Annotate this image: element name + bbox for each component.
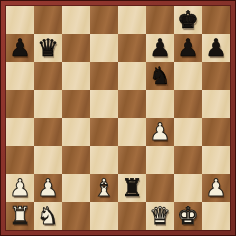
square-h1[interactable]: [202, 202, 230, 230]
piece-white-rook-a1[interactable]: ♜: [6, 202, 34, 230]
chess-board-frame: ♚♟♛♟♟♟♞♟♟♟♝♜♟♜♞♛♚: [0, 0, 236, 236]
square-b3[interactable]: [34, 146, 62, 174]
square-a5[interactable]: [6, 90, 34, 118]
square-c1[interactable]: [62, 202, 90, 230]
square-h7[interactable]: ♟: [202, 34, 230, 62]
square-b6[interactable]: [34, 62, 62, 90]
square-b7[interactable]: ♛: [34, 34, 62, 62]
square-c5[interactable]: [62, 90, 90, 118]
square-d7[interactable]: [90, 34, 118, 62]
piece-white-pawn-f4[interactable]: ♟: [146, 118, 174, 146]
square-a7[interactable]: ♟: [6, 34, 34, 62]
square-a3[interactable]: [6, 146, 34, 174]
square-e7[interactable]: [118, 34, 146, 62]
square-d8[interactable]: [90, 6, 118, 34]
square-d3[interactable]: [90, 146, 118, 174]
square-f7[interactable]: ♟: [146, 34, 174, 62]
piece-black-pawn-h7[interactable]: ♟: [202, 34, 230, 62]
square-g3[interactable]: [174, 146, 202, 174]
square-a1[interactable]: ♜: [6, 202, 34, 230]
square-e2[interactable]: ♜: [118, 174, 146, 202]
square-b8[interactable]: [34, 6, 62, 34]
piece-white-bishop-d2[interactable]: ♝: [90, 174, 118, 202]
square-a2[interactable]: ♟: [6, 174, 34, 202]
square-g7[interactable]: ♟: [174, 34, 202, 62]
square-g6[interactable]: [174, 62, 202, 90]
piece-black-pawn-a7[interactable]: ♟: [6, 34, 34, 62]
square-e5[interactable]: [118, 90, 146, 118]
square-d5[interactable]: [90, 90, 118, 118]
piece-black-king-g8[interactable]: ♚: [174, 6, 202, 34]
square-c4[interactable]: [62, 118, 90, 146]
square-f2[interactable]: [146, 174, 174, 202]
square-g5[interactable]: [174, 90, 202, 118]
square-b5[interactable]: [34, 90, 62, 118]
square-d1[interactable]: [90, 202, 118, 230]
piece-white-pawn-b2[interactable]: ♟: [34, 174, 62, 202]
piece-white-knight-b1[interactable]: ♞: [34, 202, 62, 230]
square-h8[interactable]: [202, 6, 230, 34]
square-h5[interactable]: [202, 90, 230, 118]
square-f1[interactable]: ♛: [146, 202, 174, 230]
piece-white-king-g1[interactable]: ♚: [174, 202, 202, 230]
square-b4[interactable]: [34, 118, 62, 146]
square-f3[interactable]: [146, 146, 174, 174]
square-e4[interactable]: [118, 118, 146, 146]
square-d2[interactable]: ♝: [90, 174, 118, 202]
square-h3[interactable]: [202, 146, 230, 174]
square-b1[interactable]: ♞: [34, 202, 62, 230]
square-e6[interactable]: [118, 62, 146, 90]
square-h4[interactable]: [202, 118, 230, 146]
piece-black-rook-e2[interactable]: ♜: [118, 174, 146, 202]
square-c7[interactable]: [62, 34, 90, 62]
square-a8[interactable]: [6, 6, 34, 34]
square-f5[interactable]: [146, 90, 174, 118]
piece-black-knight-f6[interactable]: ♞: [146, 62, 174, 90]
square-f4[interactable]: ♟: [146, 118, 174, 146]
square-c8[interactable]: [62, 6, 90, 34]
square-a4[interactable]: [6, 118, 34, 146]
chess-board: ♚♟♛♟♟♟♞♟♟♟♝♜♟♜♞♛♚: [6, 6, 230, 230]
piece-white-pawn-a2[interactable]: ♟: [6, 174, 34, 202]
square-e1[interactable]: [118, 202, 146, 230]
piece-black-pawn-g7[interactable]: ♟: [174, 34, 202, 62]
square-g2[interactable]: [174, 174, 202, 202]
square-e8[interactable]: [118, 6, 146, 34]
square-g8[interactable]: ♚: [174, 6, 202, 34]
square-a6[interactable]: [6, 62, 34, 90]
piece-white-pawn-h2[interactable]: ♟: [202, 174, 230, 202]
square-d6[interactable]: [90, 62, 118, 90]
piece-white-queen-f1[interactable]: ♛: [146, 202, 174, 230]
square-d4[interactable]: [90, 118, 118, 146]
square-b2[interactable]: ♟: [34, 174, 62, 202]
square-e3[interactable]: [118, 146, 146, 174]
piece-black-pawn-f7[interactable]: ♟: [146, 34, 174, 62]
square-h6[interactable]: [202, 62, 230, 90]
square-c6[interactable]: [62, 62, 90, 90]
square-f8[interactable]: [146, 6, 174, 34]
square-f6[interactable]: ♞: [146, 62, 174, 90]
square-g1[interactable]: ♚: [174, 202, 202, 230]
square-h2[interactable]: ♟: [202, 174, 230, 202]
square-c3[interactable]: [62, 146, 90, 174]
piece-black-queen-b7[interactable]: ♛: [34, 34, 62, 62]
square-c2[interactable]: [62, 174, 90, 202]
square-g4[interactable]: [174, 118, 202, 146]
